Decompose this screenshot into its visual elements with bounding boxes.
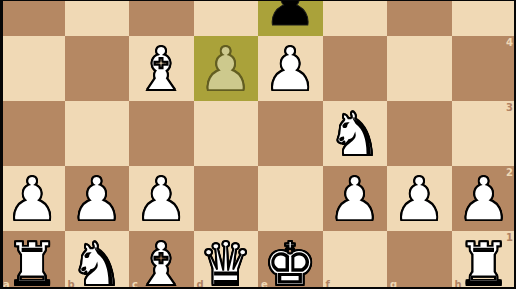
square-f2[interactable]: ♟ — [323, 166, 388, 231]
square-f4[interactable] — [323, 36, 388, 101]
white-knight-b1[interactable]: ♞ — [65, 231, 130, 289]
square-g1[interactable]: g — [387, 231, 452, 289]
square-a5[interactable] — [0, 0, 65, 36]
square-h2[interactable]: 2♟ — [452, 166, 516, 231]
square-c5[interactable] — [129, 0, 194, 36]
square-e5[interactable]: ♟ — [258, 0, 323, 36]
rank-label-3: 3 — [506, 103, 513, 113]
square-g5[interactable] — [387, 0, 452, 36]
letterbox-left-bar — [0, 0, 3, 289]
white-pawn-a2[interactable]: ♟ — [0, 166, 65, 231]
square-b1[interactable]: b♞ — [65, 231, 130, 289]
square-f1[interactable]: f — [323, 231, 388, 289]
chess-board: ♟♝♟♟4♞3♟♟♟♟♟2♟a♜b♞c♝d♛e♚fg1h♜ — [0, 0, 516, 289]
square-g3[interactable] — [387, 101, 452, 166]
square-h5[interactable] — [452, 0, 516, 36]
square-d1[interactable]: d♛ — [194, 231, 259, 289]
square-a4[interactable] — [0, 36, 65, 101]
square-c1[interactable]: c♝ — [129, 231, 194, 289]
white-pawn-h2[interactable]: ♟ — [452, 166, 516, 231]
square-a1[interactable]: a♜ — [0, 231, 65, 289]
white-bishop-c4[interactable]: ♝ — [129, 36, 194, 101]
chess-app-viewport: ♟♝♟♟4♞3♟♟♟♟♟2♟a♜b♞c♝d♛e♚fg1h♜ — [0, 0, 516, 289]
rank-label-4: 4 — [506, 38, 513, 48]
white-knight-f3[interactable]: ♞ — [323, 101, 388, 166]
white-rook-a1[interactable]: ♜ — [0, 231, 65, 289]
drag-ghost-white-pawn-d4[interactable]: ♟ — [194, 36, 259, 101]
square-c4[interactable]: ♝ — [129, 36, 194, 101]
letterbox-top-bar — [0, 0, 516, 1]
square-e4[interactable]: ♟ — [258, 36, 323, 101]
white-pawn-f2[interactable]: ♟ — [323, 166, 388, 231]
square-a2[interactable]: ♟ — [0, 166, 65, 231]
white-queen-d1[interactable]: ♛ — [194, 231, 259, 289]
square-d4[interactable]: ♟ — [194, 36, 259, 101]
square-f5[interactable] — [323, 0, 388, 36]
square-d5[interactable] — [194, 0, 259, 36]
square-h1[interactable]: 1h♜ — [452, 231, 516, 289]
square-b3[interactable] — [65, 101, 130, 166]
white-rook-h1[interactable]: ♜ — [452, 231, 516, 289]
square-c3[interactable] — [129, 101, 194, 166]
white-bishop-c1[interactable]: ♝ — [129, 231, 194, 289]
square-d2[interactable] — [194, 166, 259, 231]
white-pawn-c2[interactable]: ♟ — [129, 166, 194, 231]
square-g2[interactable]: ♟ — [387, 166, 452, 231]
white-pawn-g2[interactable]: ♟ — [387, 166, 452, 231]
square-e1[interactable]: e♚ — [258, 231, 323, 289]
square-b5[interactable] — [65, 0, 130, 36]
square-e3[interactable] — [258, 101, 323, 166]
square-e2[interactable] — [258, 166, 323, 231]
square-b2[interactable]: ♟ — [65, 166, 130, 231]
square-g4[interactable] — [387, 36, 452, 101]
square-d3[interactable] — [194, 101, 259, 166]
square-h4[interactable]: 4 — [452, 36, 516, 101]
square-c2[interactable]: ♟ — [129, 166, 194, 231]
white-king-e1[interactable]: ♚ — [258, 231, 323, 289]
square-b4[interactable] — [65, 36, 130, 101]
white-pawn-b2[interactable]: ♟ — [65, 166, 130, 231]
square-f3[interactable]: ♞ — [323, 101, 388, 166]
white-pawn-e4[interactable]: ♟ — [258, 36, 323, 101]
black-pawn-e5[interactable]: ♟ — [258, 0, 323, 36]
square-a3[interactable] — [0, 101, 65, 166]
square-h3[interactable]: 3 — [452, 101, 516, 166]
